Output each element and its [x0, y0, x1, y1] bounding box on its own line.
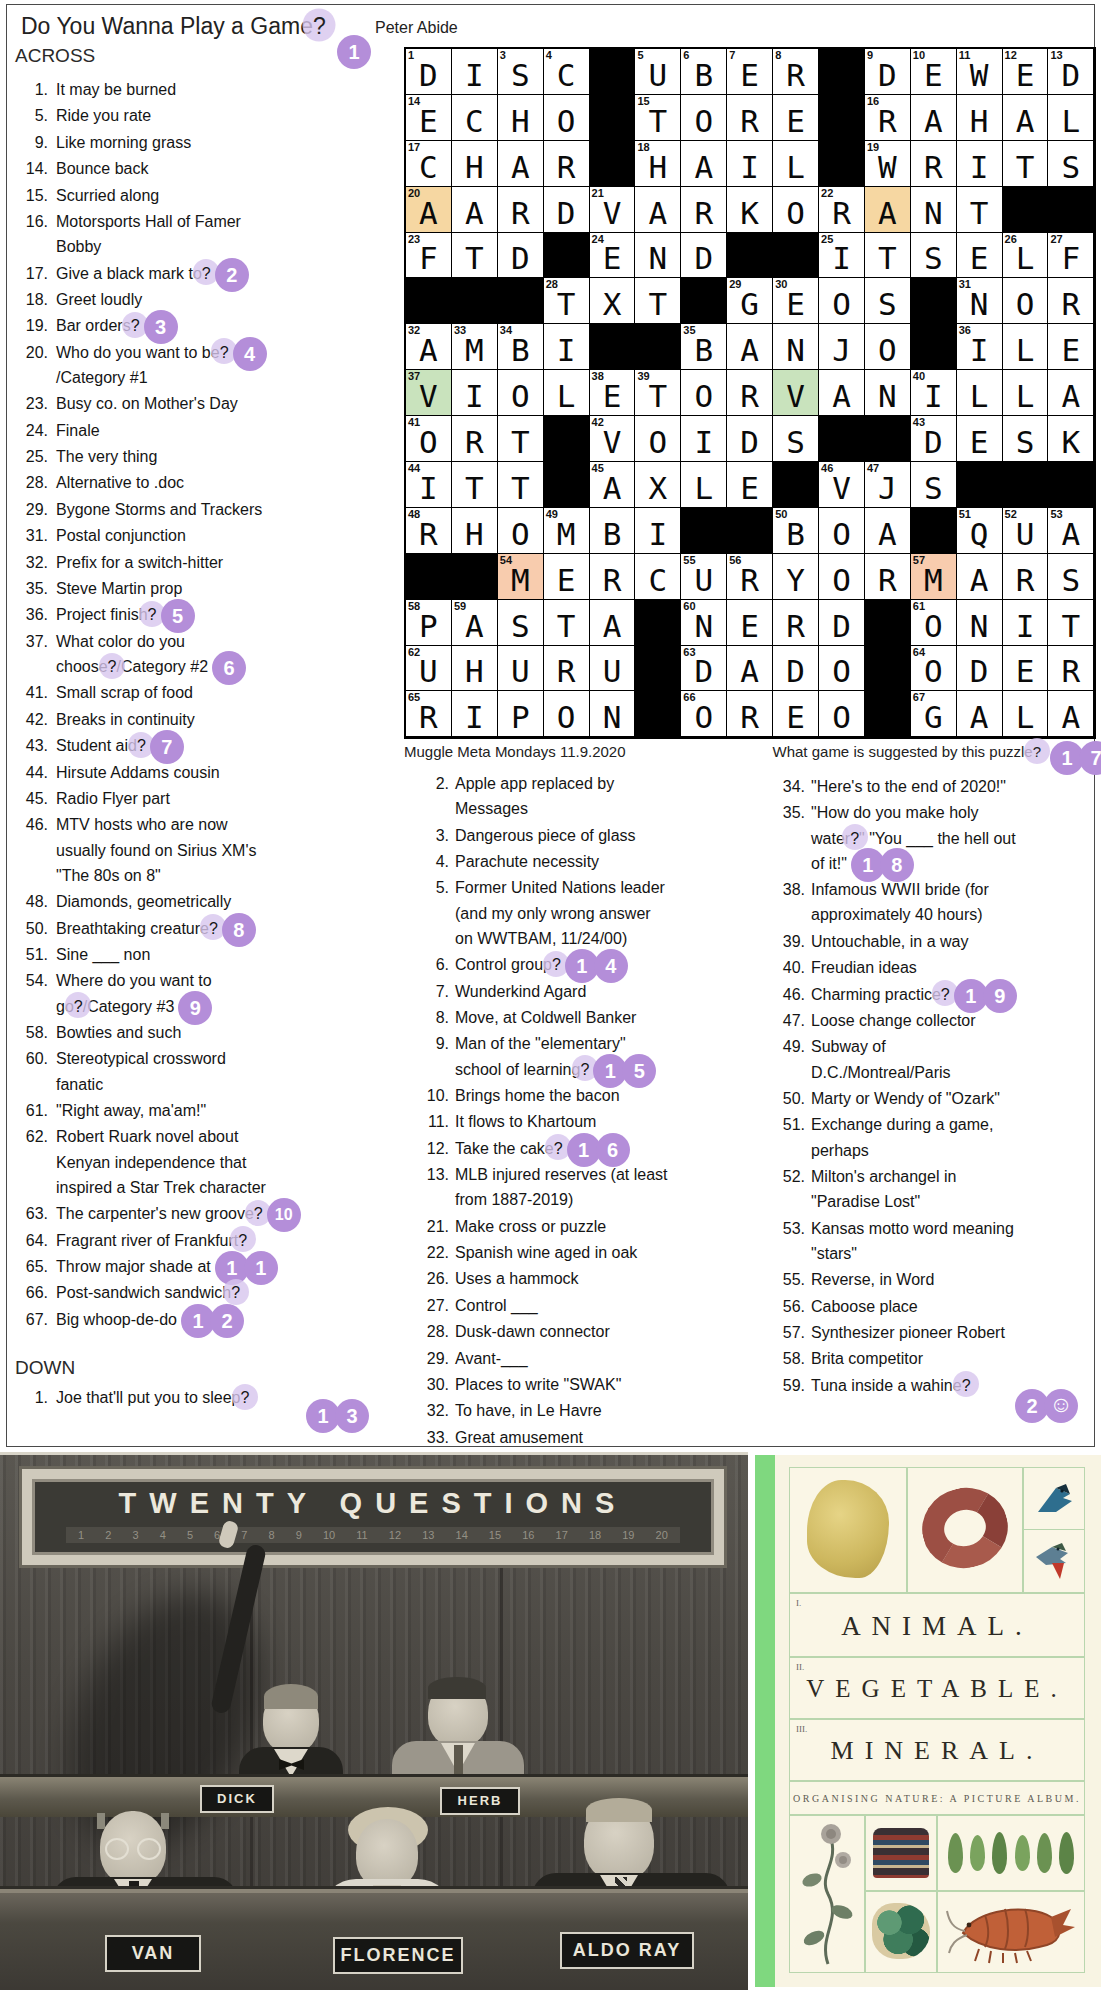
cell-letter: O	[498, 516, 543, 552]
clue-number: 24.	[15, 418, 48, 443]
clue-item: 58.Bowties and such	[15, 1020, 355, 1045]
clue-item: 17.Give a black mark to?2	[15, 261, 355, 286]
cell-letter: T	[635, 378, 680, 414]
grid-cell: D	[773, 646, 819, 692]
annotation-badge: 7	[146, 738, 148, 754]
grid-cell: T	[635, 278, 681, 324]
cell-letter: E	[773, 103, 818, 139]
black-cell	[406, 278, 452, 324]
grid-cell: O	[681, 370, 727, 416]
clue-item: 6.Control group?14	[405, 952, 715, 977]
grid-cell: E	[544, 554, 590, 600]
clue-text: Motorsports Hall of FamerBobby	[56, 209, 241, 259]
cell-letter: S	[911, 470, 956, 506]
grid-cell: O	[819, 508, 865, 554]
black-cell	[957, 462, 1003, 508]
cell-letter: A	[1048, 378, 1093, 414]
clue-text: Finale	[56, 418, 100, 443]
clue-item: 29.Avant-___	[405, 1346, 715, 1371]
grid-cell: T	[544, 600, 590, 646]
black-cell	[635, 646, 681, 692]
grid-cell: 38E	[590, 370, 636, 416]
cell-letter: E	[957, 240, 1002, 276]
grid-cell: O	[681, 95, 727, 141]
clue-item: 60.Stereotypical crosswordfanatic	[15, 1046, 355, 1096]
yellow-coral-illustration	[789, 1467, 907, 1593]
cell-letter: T	[957, 195, 1002, 231]
grid-cell: H	[452, 141, 498, 187]
face	[100, 1811, 166, 1885]
clue-item: 13.MLB injured reserves (at leastfrom 18…	[405, 1162, 715, 1212]
clue-number: 21.	[405, 1214, 449, 1239]
cell-letter: R	[544, 149, 589, 185]
grid-cell: 42V	[590, 416, 636, 462]
cell-letter: R	[819, 195, 864, 231]
cell-letter: E	[590, 240, 635, 276]
down-clue-list-right: 34."Here's to the end of 2020!"35."How d…	[759, 774, 1099, 1399]
grid-cell: 30E	[773, 278, 819, 324]
grid-caption-left: Muggle Meta Mondays 11.9.2020	[404, 743, 626, 760]
grid-cell: 13D	[1048, 49, 1094, 95]
grid-cell: 34B	[498, 324, 544, 370]
circled-question-mark: ?	[850, 826, 859, 851]
clue-text: Reverse, in Word	[811, 1267, 934, 1292]
cell-letter: J	[865, 470, 910, 506]
cell-letter: M	[452, 332, 497, 368]
clue-item: 28.Alternative to .doc	[15, 470, 355, 495]
panelist-van	[100, 1811, 166, 1885]
grid-cell: L	[773, 141, 819, 187]
cell-letter: O	[819, 516, 864, 552]
clue-number: 38.	[759, 877, 805, 927]
cell-letter: O	[406, 424, 451, 460]
grid-cell: S	[498, 600, 544, 646]
cell-letter: S	[498, 57, 543, 93]
clue-text: Tuna inside a wahine?	[811, 1373, 971, 1398]
cell-letter: A	[1048, 516, 1093, 552]
cell-letter: R	[681, 195, 726, 231]
circled-question-mark: ?	[962, 1373, 971, 1398]
black-cell	[498, 278, 544, 324]
clue-number: 17.	[15, 261, 48, 286]
clue-item: 10.Brings home the bacon	[405, 1083, 715, 1108]
clue-text: Brings home the bacon	[455, 1083, 620, 1108]
black-cell	[452, 278, 498, 324]
circled-question-mark: ?	[1033, 743, 1041, 760]
clue-text: Subway ofD.C./Montreal/Paris	[811, 1034, 951, 1084]
black-cell	[819, 49, 865, 95]
grid-cell: 47J	[865, 462, 911, 508]
clue-text: "Right away, ma'am!"	[56, 1098, 206, 1123]
cell-letter: O	[819, 286, 864, 322]
badge-digit: 3	[335, 1399, 369, 1433]
sign-title: TWENTY QUESTIONS	[32, 1487, 714, 1520]
clue-number: 30.	[405, 1372, 449, 1397]
cell-letter: O	[819, 653, 864, 689]
grid-cell: J	[819, 324, 865, 370]
cell-letter: I	[635, 516, 680, 552]
sign-number: 10	[323, 1529, 335, 1541]
clue-item: 45.Radio Flyer part	[15, 786, 355, 811]
grid-cell: P	[498, 691, 544, 737]
clue-item: 67.Big whoop-de-do12	[15, 1307, 355, 1332]
grid-cell: 9D	[865, 49, 911, 95]
grid-cell: 33M	[452, 324, 498, 370]
cell-letter: V	[773, 378, 818, 414]
grid-cell: U	[498, 646, 544, 692]
grid-cell: 45A	[590, 462, 636, 508]
clue-number: 50.	[759, 1086, 805, 1111]
clue-number: 19.	[15, 313, 48, 338]
clue-text: Dusk-dawn connector	[455, 1319, 610, 1344]
grid-cell: T	[1003, 141, 1049, 187]
grid-cell: A	[1003, 95, 1049, 141]
cell-letter: O	[865, 332, 910, 368]
annotation-badge: 5	[157, 607, 159, 623]
cell-letter: N	[911, 195, 956, 231]
cell-letter: J	[819, 332, 864, 368]
black-cell	[544, 416, 590, 462]
clue-item: 30.Places to write "SWAK"	[405, 1372, 715, 1397]
grid-cell: 56R	[727, 554, 773, 600]
clue-item: 35.Steve Martin prop	[15, 576, 355, 601]
clue-text: Milton's archangel in"Paradise Lost"	[811, 1164, 956, 1214]
cell-letter: E	[727, 57, 772, 93]
grid-cell: S	[1003, 416, 1049, 462]
cell-letter: T	[452, 240, 497, 276]
black-cell	[911, 324, 957, 370]
clue-item: 66.Post-sandwich sandwich?	[15, 1280, 355, 1305]
grid-cell: 36I	[957, 324, 1003, 370]
circled-question-mark: ?	[131, 313, 140, 338]
grid-cell: 51Q	[957, 508, 1003, 554]
grid-cell: A	[1048, 691, 1094, 737]
grid-cell: R	[1003, 554, 1049, 600]
clue-number: 3.	[405, 823, 449, 848]
leaves-illustration	[937, 1815, 1085, 1891]
cell-letter: D	[406, 57, 451, 93]
grid-caption-right: What game is suggested by this puzzle? 1…	[627, 743, 1041, 760]
hair	[428, 1677, 486, 1699]
clue-text: Postal conjunction	[56, 523, 186, 548]
grid-cell: R	[911, 141, 957, 187]
cell-letter: U	[635, 57, 680, 93]
clue-item: 24.Finale	[15, 418, 355, 443]
book-subtitle: ORGANISING NATURE: A PICTURE ALBUM.	[789, 1781, 1085, 1815]
clue-number: 55.	[759, 1267, 805, 1292]
clue-number: 12.	[405, 1136, 449, 1161]
circled-question-mark: ?	[231, 1280, 240, 1305]
clue-number: 9.	[405, 1031, 449, 1081]
clue-text: MTV hosts who are nowusually found on Si…	[56, 812, 256, 888]
red-coral-illustration	[907, 1467, 1023, 1593]
puzzle-sheet: Do You Wanna Play a Game? 1 Peter Abide …	[6, 4, 1095, 1447]
clue-item: 50.Marty or Wendy of "Ozark"	[759, 1086, 1099, 1111]
cell-letter: R	[544, 653, 589, 689]
black-cell	[590, 324, 636, 370]
grid-cell: E	[773, 95, 819, 141]
panelist-dick	[263, 1689, 319, 1753]
grid-cell: 25I	[819, 233, 865, 279]
cell-letter: D	[773, 653, 818, 689]
grid-cell: A	[1048, 370, 1094, 416]
grid-cell: L	[1003, 691, 1049, 737]
cell-letter: I	[452, 378, 497, 414]
cell-letter: I	[819, 240, 864, 276]
clue-item: 39.Untouchable, in a way	[759, 929, 1099, 954]
clue-number: 62.	[15, 1124, 48, 1200]
clue-text: Take the cake?16	[455, 1136, 565, 1161]
clue-item: 32.Prefix for a switch-hitter	[15, 550, 355, 575]
cell-letter: O	[819, 562, 864, 598]
cell-letter: B	[681, 332, 726, 368]
sign-number: 1	[78, 1529, 84, 1541]
grid-cell: S	[911, 462, 957, 508]
cell-letter: D	[681, 653, 726, 689]
clue-number: 51.	[759, 1112, 805, 1162]
grid-cell: 28T	[544, 278, 590, 324]
clue-text: Great amusement	[455, 1425, 583, 1450]
clue-item: 63.The carpenter's new groove?10	[15, 1201, 355, 1226]
sign-number: 19	[622, 1529, 634, 1541]
clue-item: 4.Parachute necessity	[405, 849, 715, 874]
cell-letter: I	[727, 149, 772, 185]
clue-text: What color do youchoose?/Category #26	[56, 629, 210, 679]
clue-item: 22.Spanish wine aged in oak	[405, 1240, 715, 1265]
clue-text: Synthesizer pioneer Robert	[811, 1320, 1005, 1345]
cell-letter: N	[957, 286, 1002, 322]
clue-item: 42.Breaks in continuity	[15, 707, 355, 732]
clue-number: 53.	[759, 1216, 805, 1266]
cell-letter: F	[406, 240, 451, 276]
grid-cell: O	[819, 554, 865, 600]
grid-cell: T	[957, 187, 1003, 233]
cell-letter: N	[957, 608, 1002, 644]
cell-letter: T	[544, 608, 589, 644]
annotation-badge: 10	[263, 1206, 265, 1222]
clue-item: 11.It flows to Khartoum	[405, 1109, 715, 1134]
clue-number: 29.	[405, 1346, 449, 1371]
cell-letter: E	[1048, 332, 1093, 368]
clue-number: 28.	[15, 470, 48, 495]
shrimp-illustration	[937, 1891, 1085, 1973]
grid-cell: 7E	[727, 49, 773, 95]
cell-letter: T	[544, 286, 589, 322]
cell-letter: A	[865, 195, 910, 231]
grid-cell: S	[1048, 141, 1094, 187]
cell-letter: X	[635, 470, 680, 506]
clue-item: 32.To have, in Le Havre	[405, 1398, 715, 1423]
clue-number: 45.	[15, 786, 48, 811]
clue-number: 66.	[15, 1280, 48, 1305]
clue-item: 29.Bygone Storms and Trackers	[15, 497, 355, 522]
clue-text: Hirsute Addams cousin	[56, 760, 220, 785]
roman-numeral: II.	[796, 1662, 804, 1672]
cell-letter: R	[406, 516, 451, 552]
grid-cell: D	[681, 233, 727, 279]
clue-item: 20.Who do you want to be?4/Category #1	[15, 340, 355, 390]
clue-number: 54.	[15, 968, 48, 1018]
clue-text: Throw major shade at11	[56, 1254, 213, 1279]
cell-letter: D	[957, 653, 1002, 689]
cell-letter: E	[1003, 57, 1048, 93]
grid-cell: X	[635, 462, 681, 508]
clue-number: 18.	[15, 287, 48, 312]
cell-letter: O	[911, 608, 956, 644]
clue-text: Untouchable, in a way	[811, 929, 968, 954]
clue-item: 50.Breathtaking creature?8	[15, 916, 355, 941]
sign-number: 11	[356, 1529, 367, 1541]
clue-text: It may be burned	[56, 77, 176, 102]
annotation-badge: 2☺	[1011, 1397, 1013, 1413]
cell-letter: A	[452, 195, 497, 231]
black-cell	[590, 49, 636, 95]
clue-item: 12.Take the cake?16	[405, 1136, 715, 1161]
cell-letter: T	[1003, 149, 1048, 185]
clue-number: 7.	[405, 979, 449, 1004]
cell-letter: I	[911, 378, 956, 414]
black-cell	[590, 141, 636, 187]
clue-item: 25.The very thing	[15, 444, 355, 469]
annotation-badge: 17	[1046, 749, 1048, 764]
cell-letter: O	[498, 378, 543, 414]
sign-number: 17	[556, 1529, 568, 1541]
cell-letter: U	[681, 562, 726, 598]
clue-number: 28.	[405, 1319, 449, 1344]
cell-letter: B	[681, 57, 726, 93]
panelist-aldo-ray	[584, 1803, 654, 1881]
clue-item: 38.Infamous WWII bride (forapproximately…	[759, 877, 1099, 927]
clue-number: 4.	[405, 849, 449, 874]
cell-letter: R	[773, 57, 818, 93]
show-sign: TWENTY QUESTIONS 12345678910111213141516…	[22, 1469, 724, 1565]
clue-number: 58.	[759, 1346, 805, 1371]
clue-item: 65.Throw major shade at11	[15, 1254, 355, 1279]
cell-letter: D	[1048, 57, 1093, 93]
grid-cell: E	[957, 416, 1003, 462]
clue-number: 16.	[15, 209, 48, 259]
black-cell	[1003, 187, 1049, 233]
cell-letter: R	[406, 699, 451, 735]
grid-cell: 11W	[957, 49, 1003, 95]
clue-item: 56.Caboose place	[759, 1294, 1099, 1319]
grid-cell: I	[1003, 600, 1049, 646]
cell-letter: A	[406, 195, 451, 231]
cell-letter: L	[1003, 332, 1048, 368]
clue-text: Spanish wine aged in oak	[455, 1240, 637, 1265]
black-cell	[773, 233, 819, 279]
clue-text: Marty or Wendy of "Ozark"	[811, 1086, 1000, 1111]
cell-letter: X	[590, 286, 635, 322]
cell-letter: N	[773, 332, 818, 368]
black-cell	[727, 508, 773, 554]
circled-question-mark: ?	[209, 916, 218, 941]
clue-number: 26.	[405, 1266, 449, 1291]
grid-cell: H	[452, 508, 498, 554]
grid-cell: S	[911, 233, 957, 279]
smiley-badge: ☺	[1044, 1389, 1078, 1423]
black-cell	[865, 416, 911, 462]
face	[263, 1689, 319, 1753]
annotation-badge: 19	[950, 987, 952, 1003]
section-label: ANIMAL.	[790, 1594, 1084, 1658]
cell-letter: N	[865, 378, 910, 414]
clue-number: 64.	[15, 1228, 48, 1253]
clue-number: 52.	[759, 1164, 805, 1214]
badge-digit: 4	[233, 337, 267, 371]
clue-number: 9.	[15, 130, 48, 155]
grid-cell: A	[865, 187, 911, 233]
cell-letter: D	[544, 195, 589, 231]
clue-text: Greet loudly	[56, 287, 142, 312]
clue-text: Man of the "elementary"school of learnin…	[455, 1031, 626, 1081]
grid-cell: 66O	[681, 691, 727, 737]
cell-letter: E	[406, 103, 451, 139]
clue-number: 56.	[759, 1294, 805, 1319]
cover-inner: I. ANIMAL. II. VEGETABLE. III. MINERAL. …	[789, 1467, 1085, 1973]
nameplate-van: VAN	[105, 1935, 201, 1972]
grid-cell: E	[957, 233, 1003, 279]
sign-number: 16	[522, 1529, 534, 1541]
clue-number: 2.	[405, 771, 449, 821]
grid-cell: L	[681, 462, 727, 508]
sign-number: 9	[296, 1529, 302, 1541]
cell-letter: D	[681, 240, 726, 276]
clue-number: 61.	[15, 1098, 48, 1123]
bird-illustrations	[1023, 1467, 1085, 1593]
clue-number: 63.	[15, 1201, 48, 1226]
clue-number: 15.	[15, 183, 48, 208]
black-cell	[544, 462, 590, 508]
clue-item: 37.What color do youchoose?/Category #26	[15, 629, 355, 679]
clue-number: 20.	[15, 340, 48, 390]
cell-letter: D	[911, 424, 956, 460]
clue-number: 31.	[15, 523, 48, 548]
cell-letter: A	[590, 608, 635, 644]
grid-cell: R	[590, 554, 636, 600]
grid-cell: O	[1003, 278, 1049, 324]
grid-cell: R	[727, 95, 773, 141]
grid-cell: 50B	[773, 508, 819, 554]
question-number-board: 1234567891011121314151617181920	[66, 1527, 680, 1543]
clue-number: 43.	[15, 733, 48, 758]
circled-question-mark: ?	[148, 602, 157, 627]
cell-letter: P	[498, 699, 543, 735]
grid-cell: 27F	[1048, 233, 1094, 279]
clue-text: Scurried along	[56, 183, 159, 208]
cell-letter: O	[544, 699, 589, 735]
clue-number: 11.	[405, 1109, 449, 1134]
grid-cell: I	[452, 49, 498, 95]
panelist-florence	[356, 1819, 418, 1889]
badge-digit: 1	[337, 35, 371, 69]
clue-number: 58.	[15, 1020, 48, 1045]
badge-digit: 2	[210, 1304, 244, 1338]
clue-item: 40.Freudian ideas	[759, 955, 1099, 980]
grid-cell: E	[773, 691, 819, 737]
clue-text: The very thing	[56, 444, 157, 469]
grid-cell: A	[957, 691, 1003, 737]
grid-cell: S	[1048, 554, 1094, 600]
cell-letter: O	[681, 699, 726, 735]
grid-cell: R	[865, 554, 911, 600]
cell-letter: R	[727, 562, 772, 598]
clue-text: Where do you want togo?/Category #39	[56, 968, 212, 1018]
grid-cell: R	[1048, 646, 1094, 692]
cell-letter: M	[498, 562, 543, 598]
grid-cell: E	[727, 600, 773, 646]
circled-question-mark: ?	[220, 340, 229, 365]
